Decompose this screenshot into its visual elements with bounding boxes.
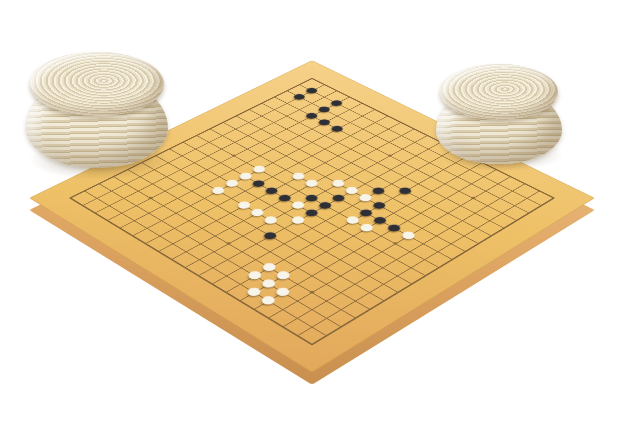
left-stone-bowl bbox=[26, 52, 168, 168]
left-bowl-lid bbox=[30, 52, 164, 116]
right-bowl-lid bbox=[440, 64, 558, 120]
go-set-photo: ●●●●●●●●●●●●●●●●●●●●●●●●●●●●●●●●●●●●●●●●… bbox=[0, 0, 640, 427]
right-stone-bowl bbox=[436, 64, 562, 164]
